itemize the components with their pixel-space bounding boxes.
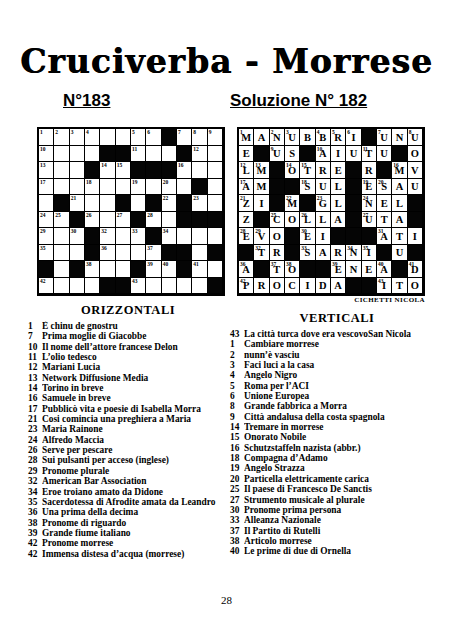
cell-letter: U [288, 131, 296, 144]
grid-cell[interactable] [208, 179, 223, 196]
cell-number: 2 [271, 129, 274, 135]
grid-cell[interactable] [70, 179, 85, 196]
grid-cell[interactable]: 17 [39, 179, 54, 196]
grid-cell[interactable] [54, 278, 69, 295]
grid-cell[interactable]: 4 [85, 129, 100, 146]
clue-number: 32 [28, 476, 42, 486]
grid-cell: 27U [362, 212, 377, 229]
cell-number: 24 [40, 212, 46, 218]
grid-cell[interactable] [85, 278, 100, 295]
clue-item: 39Grande fiume italiano [28, 528, 228, 538]
grid-cell[interactable] [208, 146, 223, 163]
grid-cell[interactable]: 28 [146, 212, 161, 229]
cell-number: 13 [40, 162, 46, 168]
clue-item: 6Unione Europea [230, 391, 444, 401]
grid-cell[interactable] [54, 162, 69, 179]
grid-cell[interactable]: 27 [116, 212, 131, 229]
grid-cell[interactable]: 35 [39, 245, 54, 262]
grid-cell[interactable] [177, 228, 192, 245]
black-cell [377, 245, 392, 262]
grid-cell[interactable] [192, 278, 207, 295]
grid-cell[interactable]: 18 [85, 179, 100, 196]
grid-cell: A [254, 129, 269, 146]
grid-cell: 18S [300, 179, 315, 196]
clue-text: Alleanza Nazionale [244, 515, 444, 525]
clue-item: 25Il paese di Francesco De Sanctis [230, 484, 444, 494]
cell-number: 1 [40, 129, 43, 135]
grid-cell[interactable] [208, 261, 223, 278]
grid-cell[interactable]: 30 [70, 228, 85, 245]
clue-item: 29Pronome plurale [28, 466, 228, 476]
grid-cell[interactable] [208, 228, 223, 245]
black-cell [254, 212, 269, 229]
cell-letter: O [411, 279, 419, 292]
black-cell [177, 245, 192, 262]
grid-cell: 12L [239, 162, 254, 179]
grid-cell: 41D [408, 261, 423, 278]
cell-letter: U [273, 147, 281, 160]
cell-letter: E [381, 197, 388, 210]
grid-cell: Z [239, 212, 254, 229]
across-clues-column: ORIZZONTALI 1È chinu de gnostru7Prima mo… [28, 303, 228, 559]
black-cell [254, 261, 269, 278]
grid-cell[interactable] [54, 261, 69, 278]
clue-item: 35Sacerdotessa di Afrodite amata da Lean… [28, 497, 228, 507]
black-cell [362, 129, 377, 146]
grid-cell[interactable] [70, 162, 85, 179]
grid-cell[interactable]: 38 [85, 261, 100, 278]
grid-cell: 23G [316, 195, 331, 212]
black-cell [285, 228, 300, 245]
cell-letter: E [243, 147, 250, 160]
clue-number: 14 [230, 422, 244, 432]
clue-number: 38 [28, 518, 42, 528]
grid-cell[interactable]: 6 [146, 129, 161, 146]
cell-letter: L [319, 213, 326, 226]
grid-cell[interactable] [116, 228, 131, 245]
cell-letter: U [411, 180, 419, 193]
black-cell [146, 162, 161, 179]
grid-cell: 16M [392, 162, 407, 179]
grid-cell[interactable]: 26 [85, 212, 100, 229]
clue-number: 7 [28, 331, 42, 341]
grid-cell: E [331, 162, 346, 179]
cell-number: 40 [378, 261, 384, 267]
clue-number: 40 [230, 546, 244, 556]
grid-cell[interactable] [70, 245, 85, 262]
grid-cell[interactable] [116, 261, 131, 278]
cell-number: 34 [347, 245, 353, 251]
crossword-puzzle-grid: 1234567891011121314151617181920212223242… [37, 127, 225, 296]
cell-number: 29 [40, 228, 46, 234]
clue-text: Articolo morrese [244, 536, 444, 546]
grid-cell[interactable]: 37 [146, 245, 161, 262]
grid-cell[interactable] [100, 179, 115, 196]
grid-cell[interactable] [54, 228, 69, 245]
cell-number: 17 [40, 179, 46, 185]
cell-number: 23 [193, 195, 199, 201]
clue-text: Prima moglie di Giacobbe [42, 331, 228, 341]
clue-text: Compagna d’Adamo [244, 453, 444, 463]
clue-text: Strumento musicale al plurale [244, 495, 444, 505]
clue-text: Alfredo Maccia [42, 435, 228, 445]
grid-cell: 32T [254, 245, 269, 262]
grid-cell: 3U [285, 129, 300, 146]
grid-cell[interactable]: 7 [177, 129, 192, 146]
clue-text: Mariani Lucia [42, 362, 228, 372]
clue-number: 20 [230, 474, 244, 484]
clue-text: Pubblicò vita e poesie di Isabella Morra [42, 404, 228, 414]
cell-letter: A [334, 213, 342, 226]
cell-number: 20 [163, 179, 169, 185]
grid-cell: 36A [239, 261, 254, 278]
grid-cell: 13M [254, 162, 269, 179]
clue-item: 34Eroe troiano amato da Didone [28, 487, 228, 497]
clue-number: 9 [230, 412, 244, 422]
clue-item: 7Prima moglie di Giacobbe [28, 331, 228, 341]
clue-text: Unione Europea [244, 391, 444, 401]
grid-cell: 17A [239, 179, 254, 196]
black-cell [239, 245, 254, 262]
grid-cell[interactable] [54, 146, 69, 163]
grid-cell: L [331, 195, 346, 212]
clue-text: Tremare in morrese [244, 422, 444, 432]
clue-item: 13Network Diffusione Media [28, 373, 228, 383]
cell-number: 18 [301, 179, 307, 185]
black-cell [192, 212, 207, 229]
cell-number: 21 [240, 195, 246, 201]
grid-cell[interactable]: 21 [70, 195, 85, 212]
grid-cell[interactable]: 25 [54, 212, 69, 229]
black-cell [131, 261, 146, 278]
cell-letter: D [319, 279, 327, 292]
cell-number: 7 [378, 129, 381, 135]
grid-cell[interactable] [162, 146, 177, 163]
grid-cell[interactable] [146, 146, 161, 163]
cell-letter: R [334, 131, 342, 144]
clue-text: Particella elettricamente carica [244, 474, 444, 484]
grid-cell[interactable]: 42 [39, 278, 54, 295]
black-cell [408, 245, 423, 262]
clue-item: 42Pronome morrese [28, 538, 228, 548]
clue-text: Le prime di due di Ornella [244, 546, 444, 556]
grid-cell[interactable] [116, 129, 131, 146]
grid-cell[interactable]: 9 [208, 129, 223, 146]
grid-cell[interactable] [208, 162, 223, 179]
clue-item: 24Alfredo Maccia [28, 435, 228, 445]
clue-number: 30 [230, 505, 244, 515]
grid-cell[interactable]: 20 [162, 179, 177, 196]
black-cell [162, 162, 177, 179]
grid-cell[interactable] [54, 245, 69, 262]
cell-number: 15 [117, 162, 123, 168]
clue-text: Sui pulsanti per acceso (inglese) [42, 455, 228, 465]
cell-letter: A [396, 213, 404, 226]
cell-number: 9 [209, 129, 212, 135]
cell-number: 27 [363, 212, 369, 218]
grid-cell[interactable]: 16 [177, 162, 192, 179]
cell-number: 14 [101, 162, 107, 168]
grid-cell: 10A [316, 146, 331, 163]
grid-cell: R [254, 278, 269, 295]
cell-number: 4 [86, 129, 89, 135]
grid-cell[interactable]: 12 [192, 146, 207, 163]
down-header: VERTICALI [230, 311, 444, 326]
cell-number: 41 [409, 261, 415, 267]
grid-cell: T [377, 212, 392, 229]
clue-number: 4 [230, 370, 244, 380]
cell-number: 33 [301, 245, 307, 251]
grid-cell[interactable]: 3 [70, 129, 85, 146]
grid-cell[interactable] [131, 245, 146, 262]
cell-letter: U [350, 147, 358, 160]
grid-cell: U [392, 245, 407, 262]
black-cell [85, 245, 100, 262]
cell-letter: T [396, 279, 403, 292]
black-cell [100, 146, 115, 163]
cell-letter: L [335, 197, 342, 210]
black-cell [362, 228, 377, 245]
grid-cell[interactable] [146, 278, 161, 295]
clue-text: Onorato Nobile [244, 432, 444, 442]
grid-cell: 25C [270, 212, 285, 229]
grid-cell: 24N [362, 195, 377, 212]
grid-cell: 43I [377, 278, 392, 295]
grid-cell[interactable] [85, 146, 100, 163]
grid-cell[interactable] [70, 146, 85, 163]
grid-cell[interactable] [146, 179, 161, 196]
clue-item: 16Samuele in breve [28, 393, 228, 403]
black-cell [192, 179, 207, 196]
grid-cell: 14O [285, 162, 300, 179]
clue-text: Sacerdotessa di Afrodite amata da Leandr… [42, 497, 228, 507]
black-cell [362, 278, 377, 295]
clue-item: 33Alleanza Nazionale [230, 515, 444, 525]
clue-item: 43La città turca dove era vescovoSan Nic… [230, 329, 444, 339]
cell-number: 8 [409, 129, 412, 135]
grid-cell[interactable]: 14 [100, 162, 115, 179]
grid-cell[interactable] [39, 195, 54, 212]
grid-cell[interactable] [85, 195, 100, 212]
clue-number: 36 [28, 507, 42, 517]
grid-cell: 42P [239, 278, 254, 295]
clue-number: 42 [28, 549, 42, 559]
cell-number: 39 [332, 261, 338, 267]
cell-number: 2 [55, 129, 58, 135]
black-cell [346, 278, 361, 295]
cell-number: 29 [255, 228, 261, 234]
clue-number: 42 [28, 538, 42, 548]
black-cell [162, 129, 177, 146]
grid-cell[interactable] [177, 278, 192, 295]
clue-number: 3 [230, 360, 244, 370]
grid-cell[interactable]: 1 [39, 129, 54, 146]
clue-number: 2 [230, 350, 244, 360]
cell-letter: I [336, 147, 340, 160]
black-cell [270, 179, 285, 196]
cell-letter: U [396, 246, 404, 259]
grid-cell[interactable] [192, 228, 207, 245]
cell-letter: A [258, 131, 266, 144]
grid-cell: E [377, 195, 392, 212]
clue-number: 29 [28, 466, 42, 476]
clue-item: 1È chinu de gnostru [28, 321, 228, 331]
grid-cell[interactable] [162, 212, 177, 229]
grid-cell: C [285, 278, 300, 295]
grid-cell[interactable]: 23 [192, 195, 207, 212]
cell-letter: O [273, 230, 281, 243]
clue-number: 16 [230, 443, 244, 453]
clue-item: 40Le prime di due di Ornella [230, 546, 444, 556]
grid-cell: M [254, 179, 269, 196]
grid-cell[interactable]: 39 [146, 261, 161, 278]
clue-text: Pronome plurale [42, 466, 228, 476]
clue-number: 19 [230, 463, 244, 473]
clue-item: 15Onorato Nobile [230, 432, 444, 442]
grid-cell[interactable]: 36 [100, 245, 115, 262]
grid-cell[interactable] [192, 162, 207, 179]
grid-cell[interactable]: 8 [192, 129, 207, 146]
cell-letter: O [288, 213, 296, 226]
clue-text: Città andalusa della costa spagnola [244, 412, 444, 422]
cell-letter: R [258, 279, 266, 292]
grid-cell[interactable]: 15 [116, 162, 131, 179]
cell-letter: O [411, 147, 419, 160]
clue-item: 36Una prima della decima [28, 507, 228, 517]
grid-cell[interactable] [100, 129, 115, 146]
grid-cell: 7U [377, 129, 392, 146]
grid-cell: N [346, 261, 361, 278]
grid-cell: A [392, 212, 407, 229]
grid-cell[interactable] [100, 195, 115, 212]
grid-cell[interactable]: 40 [162, 261, 177, 278]
clue-number: 11 [28, 352, 42, 362]
grid-cell[interactable] [70, 278, 85, 295]
cell-number: 14 [286, 162, 292, 168]
grid-cell: O [408, 146, 423, 163]
cell-letter: E [365, 263, 372, 276]
cell-letter: N [396, 131, 404, 144]
author-credit: CICHETTI NICOLA [237, 296, 425, 304]
grid-cell[interactable]: 41 [192, 261, 207, 278]
grid-cell[interactable] [208, 195, 223, 212]
grid-cell[interactable]: 34 [162, 228, 177, 245]
cell-number: 35 [40, 245, 46, 251]
cell-letter: B [304, 131, 311, 144]
cell-number: 9 [271, 146, 274, 152]
clue-item: 14Torino in breve [28, 383, 228, 393]
grid-cell[interactable]: 13 [39, 162, 54, 179]
clue-item: 3Faci luci a la casa [230, 360, 444, 370]
cell-letter: I [321, 230, 325, 243]
grid-cell[interactable]: 2 [54, 129, 69, 146]
grid-cell[interactable] [100, 212, 115, 229]
grid-cell: 39E [331, 261, 346, 278]
clue-text: American Bar Association [42, 476, 228, 486]
clue-number: 37 [230, 526, 244, 536]
grid-cell[interactable] [177, 179, 192, 196]
black-cell [116, 146, 131, 163]
cell-number: 12 [240, 162, 246, 168]
grid-cell[interactable]: 43 [131, 278, 146, 295]
cell-letter: C [288, 279, 296, 292]
cell-letter: I [259, 197, 263, 210]
clue-text: La città turca dove era vescovoSan Nicol… [244, 329, 444, 339]
cell-letter: N [273, 131, 281, 144]
clue-text: Pronome morrese [42, 538, 228, 548]
grid-cell[interactable]: 29 [39, 228, 54, 245]
grid-cell: R [331, 245, 346, 262]
cell-number: 26 [301, 212, 307, 218]
black-cell [270, 195, 285, 212]
cell-number: 24 [363, 195, 369, 201]
clue-number: 14 [28, 383, 42, 393]
cell-number: 36 [240, 261, 246, 267]
grid-cell[interactable]: 32 [100, 228, 115, 245]
clue-item: 18Compagna d’Adamo [230, 453, 444, 463]
grid-cell: 30E [300, 228, 315, 245]
grid-cell[interactable]: 19 [131, 179, 146, 196]
grid-cell: L [331, 179, 346, 196]
black-cell [116, 195, 131, 212]
clue-item: 8Grande fabbrica a Morra [230, 401, 444, 411]
grid-cell[interactable] [192, 245, 207, 262]
clue-text: Torino in breve [42, 383, 228, 393]
cell-letter: M [257, 180, 267, 193]
cell-number: 42 [240, 278, 246, 284]
grid-cell: 4B [316, 129, 331, 146]
clue-text: Schutzstaffeln nazista (abbr.) [244, 443, 444, 453]
clue-number: 15 [230, 432, 244, 442]
clue-number: 18 [230, 453, 244, 463]
clue-item: 32American Bar Association [28, 476, 228, 486]
grid-cell[interactable] [162, 278, 177, 295]
cell-number: 1 [240, 129, 243, 135]
grid-cell: 38O [285, 261, 300, 278]
grid-cell[interactable]: 24 [39, 212, 54, 229]
black-cell [392, 146, 407, 163]
cell-number: 17 [240, 179, 246, 185]
grid-cell[interactable]: 33 [131, 228, 146, 245]
cell-number: 10 [40, 146, 46, 152]
grid-cell[interactable] [54, 179, 69, 196]
grid-cell[interactable]: 22 [162, 195, 177, 212]
grid-cell: 11T [362, 146, 377, 163]
grid-cell: E [239, 146, 254, 163]
cell-letter: T [381, 213, 388, 226]
cell-letter: A [396, 180, 404, 193]
grid-cell[interactable] [116, 245, 131, 262]
grid-cell[interactable] [116, 179, 131, 196]
cell-letter: B [319, 131, 326, 144]
grid-cell: 37T [270, 261, 285, 278]
grid-cell[interactable]: 11 [131, 146, 146, 163]
grid-cell: E [362, 261, 377, 278]
cell-number: 38 [286, 261, 292, 267]
cell-number: 18 [86, 179, 92, 185]
grid-cell[interactable]: 10 [39, 146, 54, 163]
grid-cell[interactable]: 5 [131, 129, 146, 146]
cell-number: 16 [178, 162, 184, 168]
clue-text: Il Partito di Rutelli [244, 526, 444, 536]
cell-letter: E [335, 164, 342, 177]
grid-cell[interactable] [100, 261, 115, 278]
cell-number: 31 [378, 228, 384, 234]
grid-cell: A [331, 212, 346, 229]
grid-cell: 8U [408, 129, 423, 146]
clue-text: Serve per pescare [42, 445, 228, 455]
grid-cell[interactable] [131, 195, 146, 212]
